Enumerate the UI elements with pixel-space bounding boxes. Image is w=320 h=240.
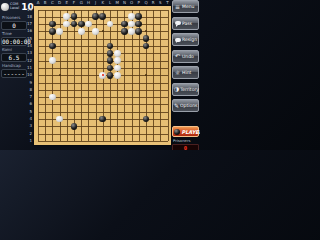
black-stone-K18 — [99, 13, 106, 20]
black-stone-Q14 — [143, 43, 150, 50]
pass-bubble-icon — [175, 21, 181, 25]
black-stone-L14 — [107, 43, 114, 50]
column-label-C: C — [51, 0, 54, 5]
column-label-K: K — [101, 0, 104, 5]
black-stone-K4 — [99, 116, 106, 123]
row-label-14: 14 — [24, 44, 32, 48]
black-stone-G17 — [78, 21, 85, 28]
button-label: Undo — [182, 54, 194, 59]
grid-line-horizontal — [38, 104, 168, 105]
menu-button[interactable]: ≡Menu — [172, 0, 199, 13]
star-point — [59, 74, 61, 76]
white-stone-O17 — [128, 21, 135, 28]
black-stone-F17 — [71, 21, 78, 28]
row-label-12: 12 — [24, 59, 32, 63]
white-stone-E18 — [63, 13, 70, 20]
hint-button[interactable]: ☼Hint — [172, 66, 199, 79]
grid-line-horizontal — [38, 134, 168, 135]
row-label-8: 8 — [24, 88, 32, 92]
player-prisoners-value: 0 — [172, 144, 199, 151]
row-label-17: 17 — [24, 22, 32, 26]
column-label-Q: Q — [144, 0, 147, 5]
row-label-7: 7 — [24, 95, 32, 99]
player-indicator: PLAYER — [172, 126, 199, 137]
hint-bulb-icon: ☼ — [174, 70, 181, 76]
black-stone-F3 — [71, 123, 78, 130]
white-stone-O18 — [128, 13, 135, 20]
star-point — [145, 74, 147, 76]
white-stone-J16 — [92, 28, 99, 35]
go-game-app: { "game": "go", "board": { "size": 19, "… — [0, 0, 200, 150]
button-label: Menu — [182, 4, 194, 9]
game-controls-panel: ≡MenuPassResign↶Undo☼Hint◑Territory✎Opti… — [171, 0, 200, 150]
column-label-A: A — [37, 0, 40, 5]
column-label-B: B — [44, 0, 47, 5]
column-label-E: E — [66, 0, 69, 5]
row-label-15: 15 — [24, 37, 32, 41]
column-label-M: M — [115, 0, 118, 5]
black-stone-N16 — [121, 28, 128, 35]
white-stone-C7 — [49, 94, 56, 101]
row-label-1: 1 — [24, 139, 32, 143]
row-label-10: 10 — [24, 73, 32, 77]
black-stone-C16 — [49, 28, 56, 35]
row-label-11: 11 — [24, 66, 32, 70]
white-stone-O16 — [128, 28, 135, 35]
grid-line-horizontal — [38, 112, 168, 113]
player-prisoners-label: Prisoners — [173, 138, 200, 143]
grid-line-vertical — [168, 10, 169, 141]
grid-line-horizontal — [38, 141, 168, 142]
column-label-T: T — [166, 0, 168, 5]
button-label: Hint — [182, 70, 191, 75]
row-label-4: 4 — [24, 117, 32, 121]
black-stone-P18 — [135, 13, 142, 20]
button-label: Pass — [182, 21, 192, 26]
black-stone-L12 — [107, 57, 114, 64]
column-label-O: O — [130, 0, 133, 5]
column-label-P: P — [138, 0, 140, 5]
grid-line-horizontal — [38, 97, 168, 98]
white-stone-H17 — [85, 21, 92, 28]
button-label: Territory — [180, 87, 199, 92]
white-stone-C12 — [49, 57, 56, 64]
pass-button[interactable]: Pass — [172, 17, 199, 30]
territory-stones-icon: ◑ — [174, 86, 179, 92]
white-stone-M10 — [114, 72, 121, 79]
column-label-L: L — [109, 0, 111, 5]
grid-line-vertical — [153, 10, 154, 141]
black-stone-F18 — [71, 13, 78, 20]
black-stone-icon — [174, 129, 180, 135]
black-stone-L11 — [107, 65, 114, 72]
row-label-16: 16 — [24, 29, 32, 33]
grid-line-vertical — [160, 10, 161, 141]
grid-line-horizontal — [38, 126, 168, 127]
black-stone-C17 — [49, 21, 56, 28]
column-label-D: D — [58, 0, 61, 5]
black-stone-Q15 — [143, 35, 150, 42]
white-stone-M13 — [114, 50, 121, 57]
row-label-3: 3 — [24, 124, 32, 128]
black-stone-Q4 — [143, 116, 150, 123]
black-stone-P17 — [135, 21, 142, 28]
black-stone-C14 — [49, 43, 56, 50]
button-label: Resign — [182, 37, 197, 42]
row-label-5: 5 — [24, 110, 32, 114]
row-label-13: 13 — [24, 51, 32, 55]
column-label-H: H — [87, 0, 90, 5]
options-button[interactable]: ✎Options — [172, 99, 199, 112]
column-label-N: N — [123, 0, 126, 5]
column-label-R: R — [152, 0, 155, 5]
white-stone-E17 — [63, 21, 70, 28]
button-column: ≡MenuPassResign↶Undo☼Hint◑Territory✎Opti… — [171, 0, 200, 112]
undo-button[interactable]: ↶Undo — [172, 50, 199, 63]
territory-button[interactable]: ◑Territory — [172, 83, 199, 96]
white-stone-M12 — [114, 57, 121, 64]
row-label-2: 2 — [24, 132, 32, 136]
row-label-19: 19 — [24, 8, 32, 12]
white-stone-L17 — [107, 21, 114, 28]
white-stone-M11 — [114, 65, 121, 72]
undo-icon: ↶ — [174, 53, 181, 59]
white-stone-D4 — [56, 116, 63, 123]
white-stone-D16 — [56, 28, 63, 35]
player-label: PLAYER — [182, 129, 201, 135]
resign-button[interactable]: Resign — [172, 33, 199, 46]
row-label-9: 9 — [24, 81, 32, 85]
column-label-S: S — [159, 0, 162, 5]
black-stone-J18 — [92, 13, 99, 20]
com-level-label: COM Level — [10, 3, 19, 11]
black-stone-P16 — [135, 28, 142, 35]
go-board[interactable] — [34, 6, 171, 145]
column-label-G: G — [80, 0, 83, 5]
black-stone-L13 — [107, 50, 114, 57]
button-label: Options — [180, 103, 197, 108]
menu-icon: ≡ — [174, 4, 181, 10]
grid-line-horizontal — [38, 83, 168, 84]
options-pencil-icon: ✎ — [174, 103, 179, 109]
row-label-18: 18 — [24, 15, 32, 19]
row-label-6: 6 — [24, 102, 32, 106]
column-label-J: J — [95, 0, 96, 5]
white-stone-G16 — [78, 28, 85, 35]
black-stone-L10 — [107, 72, 114, 79]
column-label-F: F — [73, 0, 75, 5]
white-stone-icon — [1, 3, 9, 11]
black-stone-N17 — [121, 21, 128, 28]
resign-flag-icon — [175, 38, 181, 42]
grid-line-horizontal — [38, 90, 168, 91]
